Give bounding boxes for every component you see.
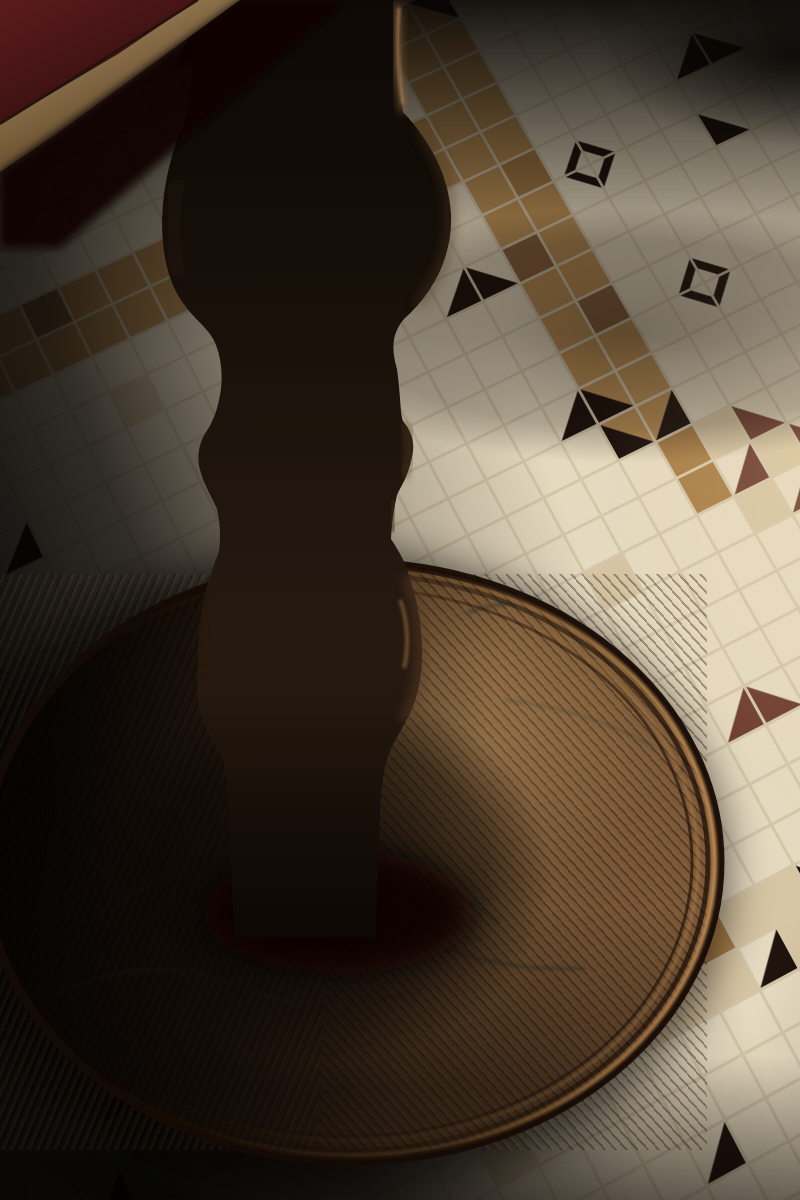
photo-pedestal-table-on-tile-floor xyxy=(0,0,800,1200)
pedestal-round-base xyxy=(0,562,722,1162)
